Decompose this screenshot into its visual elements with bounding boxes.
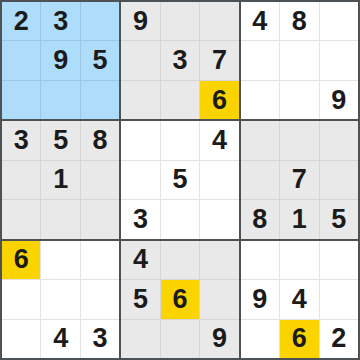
cell-r4c9[interactable] — [320, 121, 358, 159]
cell-r8c5[interactable]: 6 — [161, 280, 199, 318]
cell-value: 5 — [172, 166, 187, 193]
box-r3-c3: 9462 — [241, 241, 358, 358]
cell-r3c8[interactable] — [280, 81, 318, 119]
cell-r1c9[interactable] — [320, 2, 358, 40]
cell-value: 2 — [331, 325, 346, 352]
cell-r6c8[interactable]: 1 — [280, 200, 318, 238]
cell-r5c4[interactable] — [121, 161, 159, 199]
cell-r9c2[interactable]: 4 — [41, 320, 79, 358]
cell-value: 7 — [292, 166, 307, 193]
cell-r1c8[interactable]: 8 — [280, 2, 318, 40]
cell-r6c4[interactable]: 3 — [121, 200, 159, 238]
cell-r4c3[interactable]: 8 — [81, 121, 119, 159]
cell-r6c2[interactable] — [41, 200, 79, 238]
box-r3-c2: 4569 — [121, 241, 238, 358]
cell-r2c8[interactable] — [280, 41, 318, 79]
cell-r4c2[interactable]: 5 — [41, 121, 79, 159]
box-r3-c1: 643 — [2, 241, 119, 358]
cell-r2c1[interactable] — [2, 41, 40, 79]
cell-value: 9 — [133, 8, 148, 35]
cell-r5c2[interactable]: 1 — [41, 161, 79, 199]
cell-r4c1[interactable]: 3 — [2, 121, 40, 159]
cell-value: 4 — [252, 8, 267, 35]
cell-r6c7[interactable]: 8 — [241, 200, 279, 238]
cell-value: 3 — [14, 127, 29, 154]
cell-r5c1[interactable] — [2, 161, 40, 199]
cell-value: 5 — [133, 286, 148, 313]
cell-value: 3 — [53, 8, 68, 35]
cell-value: 1 — [292, 206, 307, 233]
box-r2-c3: 7815 — [241, 121, 358, 238]
cell-r9c6[interactable]: 9 — [200, 320, 238, 358]
cell-r3c6[interactable]: 6 — [200, 81, 238, 119]
cell-r5c6[interactable] — [200, 161, 238, 199]
cell-r1c6[interactable] — [200, 2, 238, 40]
cell-value: 1 — [53, 166, 68, 193]
cell-r8c1[interactable] — [2, 280, 40, 318]
cell-r8c8[interactable]: 4 — [280, 280, 318, 318]
cell-r2c9[interactable] — [320, 41, 358, 79]
cell-r3c2[interactable] — [41, 81, 79, 119]
cell-value: 5 — [53, 127, 68, 154]
cell-value: 2 — [14, 8, 29, 35]
cell-r7c6[interactable] — [200, 241, 238, 279]
cell-r9c9[interactable]: 2 — [320, 320, 358, 358]
cell-r5c9[interactable] — [320, 161, 358, 199]
box-r2-c1: 3581 — [2, 121, 119, 238]
cell-r1c3[interactable] — [81, 2, 119, 40]
cell-r8c6[interactable] — [200, 280, 238, 318]
cell-r8c2[interactable] — [41, 280, 79, 318]
cell-r5c7[interactable] — [241, 161, 279, 199]
cell-r8c7[interactable]: 9 — [241, 280, 279, 318]
cell-r3c7[interactable] — [241, 81, 279, 119]
cell-r3c5[interactable] — [161, 81, 199, 119]
cell-r2c5[interactable]: 3 — [161, 41, 199, 79]
cell-r2c6[interactable]: 7 — [200, 41, 238, 79]
cell-value: 4 — [292, 286, 307, 313]
cell-r2c4[interactable] — [121, 41, 159, 79]
cell-r9c5[interactable] — [161, 320, 199, 358]
cell-value: 9 — [212, 325, 227, 352]
cell-r3c4[interactable] — [121, 81, 159, 119]
cell-r6c9[interactable]: 5 — [320, 200, 358, 238]
cell-r7c5[interactable] — [161, 241, 199, 279]
cell-r5c8[interactable]: 7 — [280, 161, 318, 199]
cell-r2c7[interactable] — [241, 41, 279, 79]
cell-r7c4[interactable]: 4 — [121, 241, 159, 279]
cell-r6c6[interactable] — [200, 200, 238, 238]
cell-value: 9 — [331, 87, 346, 114]
cell-r8c9[interactable] — [320, 280, 358, 318]
cell-r9c4[interactable] — [121, 320, 159, 358]
cell-value: 4 — [212, 127, 227, 154]
cell-r5c3[interactable] — [81, 161, 119, 199]
cell-value: 3 — [93, 325, 108, 352]
cell-value: 6 — [292, 325, 307, 352]
cell-r7c3[interactable] — [81, 241, 119, 279]
box-r1-c3: 489 — [241, 2, 358, 119]
cell-value: 6 — [172, 286, 187, 313]
box-r1-c1: 2395 — [2, 2, 119, 119]
cell-r8c3[interactable] — [81, 280, 119, 318]
cell-r2c3[interactable]: 5 — [81, 41, 119, 79]
cell-r7c1[interactable]: 6 — [2, 241, 40, 279]
cell-value: 8 — [93, 127, 108, 154]
box-r1-c2: 9376 — [121, 2, 238, 119]
cell-r4c7[interactable] — [241, 121, 279, 159]
cell-value: 9 — [53, 47, 68, 74]
cell-r4c5[interactable] — [161, 121, 199, 159]
cell-r7c9[interactable] — [320, 241, 358, 279]
sudoku-board: 2395 9376 489 3581 453 7815 643 4569 946… — [0, 0, 360, 360]
cell-value: 6 — [14, 246, 29, 273]
cell-value: 5 — [93, 47, 108, 74]
cell-value: 8 — [292, 8, 307, 35]
cell-r4c8[interactable] — [280, 121, 318, 159]
cell-r1c5[interactable] — [161, 2, 199, 40]
cell-r4c6[interactable]: 4 — [200, 121, 238, 159]
cell-r9c1[interactable] — [2, 320, 40, 358]
cell-r3c9[interactable]: 9 — [320, 81, 358, 119]
cell-r1c1[interactable]: 2 — [2, 2, 40, 40]
cell-r1c4[interactable]: 9 — [121, 2, 159, 40]
cell-value: 5 — [331, 206, 346, 233]
cell-r7c2[interactable] — [41, 241, 79, 279]
cell-value: 3 — [172, 47, 187, 74]
cell-r3c1[interactable] — [2, 81, 40, 119]
cell-r9c7[interactable] — [241, 320, 279, 358]
cell-r6c5[interactable] — [161, 200, 199, 238]
cell-r7c8[interactable] — [280, 241, 318, 279]
cell-value: 3 — [133, 206, 148, 233]
cell-r4c4[interactable] — [121, 121, 159, 159]
cell-r6c1[interactable] — [2, 200, 40, 238]
cell-r9c3[interactable]: 3 — [81, 320, 119, 358]
cell-value: 8 — [252, 206, 267, 233]
cell-r8c4[interactable]: 5 — [121, 280, 159, 318]
box-r2-c2: 453 — [121, 121, 238, 238]
cell-value: 4 — [133, 246, 148, 273]
cell-r3c3[interactable] — [81, 81, 119, 119]
cell-r9c8[interactable]: 6 — [280, 320, 318, 358]
cell-value: 9 — [252, 286, 267, 313]
cell-r2c2[interactable]: 9 — [41, 41, 79, 79]
cell-value: 7 — [212, 47, 227, 74]
cell-r1c2[interactable]: 3 — [41, 2, 79, 40]
cell-r6c3[interactable] — [81, 200, 119, 238]
cell-value: 6 — [212, 87, 227, 114]
cell-r7c7[interactable] — [241, 241, 279, 279]
cell-value: 4 — [53, 325, 68, 352]
cell-r5c5[interactable]: 5 — [161, 161, 199, 199]
cell-r1c7[interactable]: 4 — [241, 2, 279, 40]
